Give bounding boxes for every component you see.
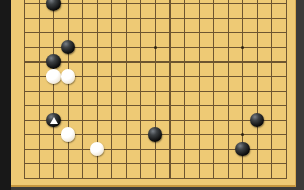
star-point [241,46,244,49]
black-stone-C5 [46,113,61,128]
white-stone-C8 [46,69,61,84]
black-stone-C13 [46,0,61,11]
star-point [241,133,244,136]
black-stone-C9 [46,54,61,69]
go-board[interactable] [10,0,296,187]
black-stone-K4 [148,127,163,142]
star-point [154,46,157,49]
black-stone-Q3 [235,142,250,157]
triangle-marker [50,117,58,124]
white-stone-D8 [61,69,76,84]
left-sidebar [0,0,11,190]
app-screen [0,0,304,190]
white-stone-D4 [61,127,76,142]
